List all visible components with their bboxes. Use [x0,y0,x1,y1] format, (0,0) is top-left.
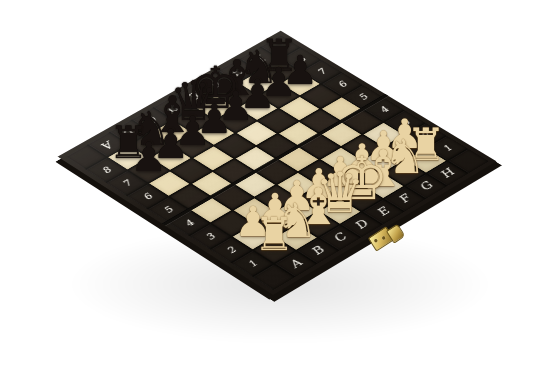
photo-scene: ABCDEFGH8877665544332211ABCDEFGH ♜♞♟♝♟♚♟… [0,0,540,370]
rank-label-6-left: 6 [140,192,154,201]
rank-label-5-right: 5 [356,93,370,101]
rank-label-5-left: 5 [161,205,175,214]
piece-black-pawn-a7[interactable]: ♟ [130,136,167,177]
rank-label-6-right: 6 [335,80,349,88]
rank-label-4-left: 4 [182,219,196,228]
piece-white-rook-a1[interactable]: ♜ [254,212,295,258]
rank-label-3-left: 3 [203,232,217,241]
rank-label-2-left: 2 [224,245,238,254]
